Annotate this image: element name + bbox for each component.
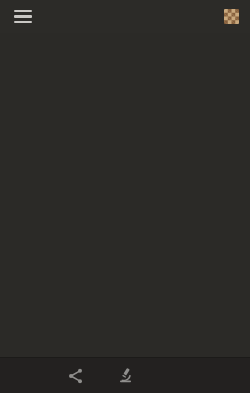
bottom-toolbar bbox=[0, 357, 250, 393]
back-button[interactable] bbox=[154, 361, 196, 391]
forward-button[interactable] bbox=[204, 361, 246, 391]
chess-board bbox=[0, 33, 250, 283]
analysis-button[interactable] bbox=[104, 361, 146, 391]
share-button[interactable] bbox=[54, 361, 96, 391]
share-icon bbox=[68, 368, 83, 384]
microscope-icon bbox=[117, 367, 134, 384]
checkerboard-icon[interactable] bbox=[224, 9, 239, 24]
feedback-panel bbox=[0, 283, 250, 357]
hamburger-menu-icon[interactable] bbox=[14, 10, 32, 24]
puzzle-screen bbox=[0, 0, 250, 393]
more-menu-button[interactable] bbox=[4, 361, 46, 391]
app-header bbox=[0, 0, 250, 33]
